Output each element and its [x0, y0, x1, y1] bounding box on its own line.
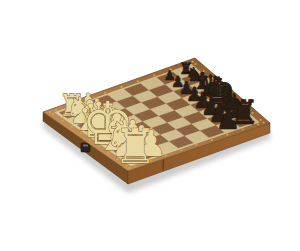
brass-dot — [52, 113, 54, 115]
brass-dot — [120, 86, 122, 88]
brass-dot — [260, 119, 262, 121]
brass-dot — [49, 111, 51, 113]
brass-dot — [211, 139, 213, 141]
brass-dot — [180, 149, 182, 151]
piece-black-p-h7: ♟ — [215, 103, 240, 136]
piece-white-r-h1: ♜ — [114, 119, 157, 174]
chess-board-photo: ♜♟♞♟♝♟♛♟♚♟♟♝♟♜♟♞♞♟♟♜♝♟♟♛♟♚♟♝♟♞♟♜ — [0, 0, 300, 251]
brass-dot — [262, 121, 264, 123]
brass-dot — [196, 144, 198, 146]
product-photo: ♜♟♞♟♝♟♛♟♚♟♟♝♟♜♟♞♞♟♟♜♝♟♟♛♟♚♟♝♟♞♟♜ — [0, 0, 300, 251]
brass-dot — [55, 109, 57, 111]
brass-dot — [153, 74, 155, 76]
brass-dot — [137, 80, 139, 82]
